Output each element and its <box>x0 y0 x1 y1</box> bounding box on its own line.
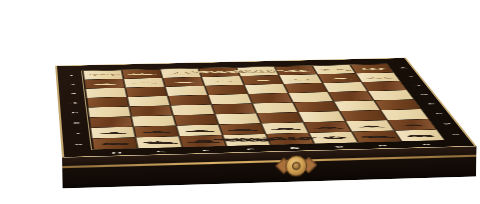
piece-glyph: ♜ <box>90 142 141 145</box>
product-photo-scene: HGFEDCBA1234567812345678 ♜♞♝♚♛♝♞♜♟♟♟♟♟♟♟… <box>0 0 480 204</box>
square-b6 <box>339 110 387 121</box>
piece-glyph: ♟ <box>179 130 221 132</box>
piece-glyph: ♝ <box>303 136 365 140</box>
rank-label-left-8: 8 <box>73 144 83 146</box>
rank-label-right-4: 4 <box>419 94 428 95</box>
piece-glyph: ♜ <box>81 74 126 76</box>
piece-glyph: ♛ <box>252 136 329 140</box>
piece-glyph: ♟ <box>360 77 398 79</box>
file-label-f: F <box>201 150 210 152</box>
piece-glyph: ♞ <box>349 135 405 138</box>
piece-glyph: ♟ <box>265 127 306 129</box>
piece-glyph: ♟ <box>135 131 177 133</box>
rank-label-right-8: 8 <box>450 134 459 136</box>
piece-glyph: ♟ <box>204 80 242 82</box>
file-label-g: G <box>155 151 166 153</box>
file-label-b: B <box>377 145 387 147</box>
piece-glyph: ♚ <box>205 137 290 142</box>
square-b8 <box>352 131 402 143</box>
rank-label-right-2: 2 <box>406 76 414 77</box>
square-g7 <box>133 126 179 138</box>
rank-label-right-3: 3 <box>412 85 421 86</box>
square-c5 <box>293 101 339 112</box>
square-f4 <box>168 95 212 106</box>
square-f5 <box>170 104 215 115</box>
rank-label-right-1: 1 <box>399 67 407 68</box>
chess-board: HGFEDCBA1234567812345678 ♜♞♝♚♛♝♞♜♟♟♟♟♟♟♟… <box>55 58 477 158</box>
square-c8 <box>309 132 358 144</box>
square-e5 <box>211 103 256 114</box>
square-g5 <box>129 105 173 116</box>
rank-label-left-2: 2 <box>67 84 76 85</box>
square-d5 <box>252 102 298 113</box>
piece-glyph: ♟ <box>92 132 134 134</box>
squares-layer <box>57 58 404 66</box>
square-h4 <box>86 97 129 108</box>
square-g4 <box>127 96 170 107</box>
square-a5 <box>374 99 422 110</box>
square-e6 <box>215 113 261 124</box>
piece-glyph: ♝ <box>172 139 234 143</box>
box-front-face <box>62 146 477 188</box>
file-label-h: H <box>110 152 121 154</box>
square-h5 <box>88 106 131 117</box>
rank-label-left-5: 5 <box>70 112 79 114</box>
square-c6 <box>298 111 345 122</box>
piece-glyph: ♟ <box>125 82 163 84</box>
square-h8 <box>92 137 138 149</box>
square-f8 <box>179 135 226 147</box>
square-e7 <box>219 123 266 135</box>
piece-glyph: ♞ <box>131 141 187 144</box>
rank-label-right-6: 6 <box>434 113 443 115</box>
rank-label-left-4: 4 <box>69 102 78 103</box>
piece-glyph: ♟ <box>321 78 359 80</box>
square-h7 <box>90 127 135 139</box>
brass-clasp-icon <box>277 154 316 178</box>
piece-glyph: ♟ <box>282 79 320 81</box>
square-g6 <box>131 115 176 126</box>
rank-label-right-5: 5 <box>427 103 436 105</box>
file-label-e: E <box>246 148 255 150</box>
gold-inlay-stripe-left <box>62 126 63 155</box>
rank-label-left-7: 7 <box>72 133 81 135</box>
gold-inlay-stripe <box>62 154 476 168</box>
piece-glyph: ♟ <box>307 126 349 128</box>
square-d8 <box>266 133 315 145</box>
square-a7 <box>387 119 437 131</box>
rank-label-left-1: 1 <box>66 75 74 76</box>
square-b5 <box>334 100 381 111</box>
file-label-d: D <box>289 147 300 149</box>
square-g8 <box>135 136 182 148</box>
rank-label-left-6: 6 <box>71 122 80 124</box>
piece-glyph: ♟ <box>243 79 281 81</box>
square-f6 <box>173 114 219 125</box>
square-d6 <box>257 112 304 123</box>
piece-glyph: ♜ <box>395 134 445 137</box>
piece-glyph: ♟ <box>86 83 125 85</box>
file-label-a: A <box>421 144 432 146</box>
piece-glyph: ♟ <box>222 129 264 131</box>
file-label-c: C <box>333 146 343 148</box>
square-h6 <box>89 116 133 127</box>
square-a8 <box>394 129 445 141</box>
square-f7 <box>176 124 222 136</box>
rank-label-left-3: 3 <box>68 93 77 94</box>
square-b7 <box>345 120 394 132</box>
square-a6 <box>380 109 429 120</box>
rank-label-right-7: 7 <box>442 123 451 125</box>
square-e8 <box>222 134 270 146</box>
square-d7 <box>261 122 309 134</box>
square-c7 <box>303 121 351 133</box>
piece-glyph: ♟ <box>392 124 434 126</box>
piece-glyph: ♟ <box>350 125 392 127</box>
piece-glyph: ♟ <box>165 81 203 83</box>
